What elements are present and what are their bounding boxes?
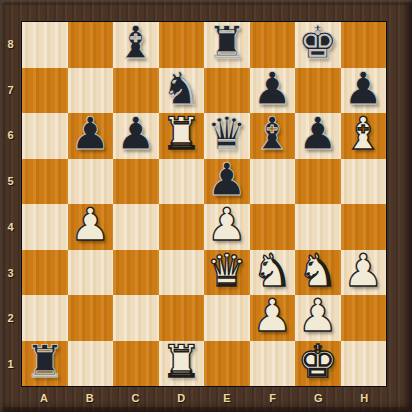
- square-c1[interactable]: [113, 341, 159, 387]
- black-pawn-piece: ♟: [298, 113, 338, 156]
- square-d5[interactable]: [159, 159, 205, 205]
- file-label-g: G: [296, 387, 342, 412]
- rank-label-8: 8: [0, 21, 21, 67]
- file-labels: ABCDEFGH: [21, 387, 387, 412]
- rank-label-7: 7: [0, 67, 21, 113]
- black-queen-piece: ♛: [207, 113, 247, 156]
- white-pawn-piece: ♟: [343, 250, 383, 293]
- black-pawn-piece: ♟: [343, 68, 383, 111]
- square-e2[interactable]: [204, 295, 250, 341]
- rank-label-3: 3: [0, 250, 21, 296]
- square-c2[interactable]: [113, 295, 159, 341]
- square-h6[interactable]: ♝: [341, 113, 387, 159]
- white-pawn-piece: ♟: [252, 295, 292, 338]
- square-d8[interactable]: [159, 22, 205, 68]
- file-label-a: A: [21, 387, 67, 412]
- square-b2[interactable]: [68, 295, 114, 341]
- square-e3[interactable]: ♛: [204, 250, 250, 296]
- square-e1[interactable]: [204, 341, 250, 387]
- black-rook-piece: ♜: [25, 341, 65, 384]
- black-pawn-piece: ♟: [70, 113, 110, 156]
- square-b1[interactable]: [68, 341, 114, 387]
- square-c6[interactable]: ♟: [113, 113, 159, 159]
- square-g4[interactable]: [295, 204, 341, 250]
- square-g7[interactable]: [295, 68, 341, 114]
- black-bishop-piece: ♝: [116, 22, 156, 65]
- square-h4[interactable]: [341, 204, 387, 250]
- white-pawn-piece: ♟: [298, 295, 338, 338]
- rank-label-2: 2: [0, 296, 21, 342]
- square-e8[interactable]: ♜: [204, 22, 250, 68]
- square-g5[interactable]: [295, 159, 341, 205]
- square-a5[interactable]: [22, 159, 68, 205]
- black-knight-piece: ♞: [161, 68, 201, 111]
- square-f4[interactable]: [250, 204, 296, 250]
- square-f3[interactable]: ♞: [250, 250, 296, 296]
- square-c7[interactable]: [113, 68, 159, 114]
- square-d4[interactable]: [159, 204, 205, 250]
- square-e6[interactable]: ♛: [204, 113, 250, 159]
- square-h8[interactable]: [341, 22, 387, 68]
- rank-label-5: 5: [0, 158, 21, 204]
- white-pawn-piece: ♟: [70, 204, 110, 247]
- rank-label-4: 4: [0, 204, 21, 250]
- rank-label-6: 6: [0, 113, 21, 159]
- white-pawn-piece: ♟: [207, 204, 247, 247]
- black-rook-piece: ♜: [207, 22, 247, 65]
- white-bishop-piece: ♝: [343, 113, 383, 156]
- square-c8[interactable]: ♝: [113, 22, 159, 68]
- square-a8[interactable]: [22, 22, 68, 68]
- black-pawn-piece: ♟: [116, 113, 156, 156]
- square-f8[interactable]: [250, 22, 296, 68]
- square-e7[interactable]: [204, 68, 250, 114]
- square-b7[interactable]: [68, 68, 114, 114]
- square-h7[interactable]: ♟: [341, 68, 387, 114]
- square-h5[interactable]: [341, 159, 387, 205]
- square-f7[interactable]: ♟: [250, 68, 296, 114]
- file-label-e: E: [204, 387, 250, 412]
- white-knight-piece: ♞: [298, 250, 338, 293]
- square-b4[interactable]: ♟: [68, 204, 114, 250]
- square-g2[interactable]: ♟: [295, 295, 341, 341]
- square-f6[interactable]: ♝: [250, 113, 296, 159]
- square-b6[interactable]: ♟: [68, 113, 114, 159]
- square-h3[interactable]: ♟: [341, 250, 387, 296]
- square-d3[interactable]: [159, 250, 205, 296]
- black-pawn-piece: ♟: [207, 159, 247, 202]
- square-b8[interactable]: [68, 22, 114, 68]
- square-g6[interactable]: ♟: [295, 113, 341, 159]
- square-d2[interactable]: [159, 295, 205, 341]
- square-a1[interactable]: ♜: [22, 341, 68, 387]
- file-label-c: C: [113, 387, 159, 412]
- square-f2[interactable]: ♟: [250, 295, 296, 341]
- square-g3[interactable]: ♞: [295, 250, 341, 296]
- white-rook-piece: ♜: [161, 341, 201, 384]
- white-rook-piece: ♜: [161, 113, 201, 156]
- file-label-h: H: [341, 387, 387, 412]
- black-pawn-piece: ♟: [252, 68, 292, 111]
- square-g1[interactable]: ♚: [295, 341, 341, 387]
- square-a6[interactable]: [22, 113, 68, 159]
- file-label-b: B: [67, 387, 113, 412]
- square-b3[interactable]: [68, 250, 114, 296]
- square-d1[interactable]: ♜: [159, 341, 205, 387]
- black-bishop-piece: ♝: [252, 113, 292, 156]
- file-label-d: D: [158, 387, 204, 412]
- square-c3[interactable]: [113, 250, 159, 296]
- white-knight-piece: ♞: [252, 250, 292, 293]
- file-label-f: F: [250, 387, 296, 412]
- square-a2[interactable]: [22, 295, 68, 341]
- square-e4[interactable]: ♟: [204, 204, 250, 250]
- square-g8[interactable]: ♚: [295, 22, 341, 68]
- square-b5[interactable]: [68, 159, 114, 205]
- square-d6[interactable]: ♜: [159, 113, 205, 159]
- square-f1[interactable]: [250, 341, 296, 387]
- square-a3[interactable]: [22, 250, 68, 296]
- square-h1[interactable]: [341, 341, 387, 387]
- square-e5[interactable]: ♟: [204, 159, 250, 205]
- square-a7[interactable]: [22, 68, 68, 114]
- white-queen-piece: ♛: [207, 250, 247, 293]
- square-a4[interactable]: [22, 204, 68, 250]
- board: ♝♜♚♞♟♟♟♟♜♛♝♟♝♟♟♟♛♞♞♟♟♟♜♜♚: [21, 21, 387, 387]
- square-c5[interactable]: [113, 159, 159, 205]
- black-king-piece: ♚: [298, 22, 338, 65]
- square-h2[interactable]: [341, 295, 387, 341]
- white-king-piece: ♚: [298, 341, 338, 384]
- board-frame: 87654321 ABCDEFGH ♝♜♚♞♟♟♟♟♜♛♝♟♝♟♟♟♛♞♞♟♟♟…: [0, 0, 412, 412]
- rank-label-1: 1: [0, 341, 21, 387]
- square-d7[interactable]: ♞: [159, 68, 205, 114]
- rank-labels: 87654321: [0, 21, 21, 387]
- square-c4[interactable]: [113, 204, 159, 250]
- square-f5[interactable]: [250, 159, 296, 205]
